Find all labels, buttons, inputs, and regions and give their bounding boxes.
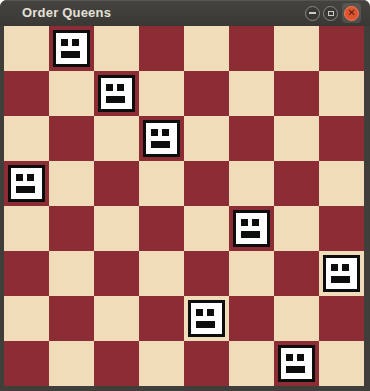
queen-face-piece-c7[interactable]: [98, 75, 135, 112]
square-a3[interactable]: [4, 251, 49, 296]
piece-left-eye: [286, 354, 293, 361]
square-g8[interactable]: [274, 26, 319, 71]
square-e6[interactable]: [184, 116, 229, 161]
square-h7[interactable]: [319, 71, 364, 116]
square-d4[interactable]: [139, 206, 184, 251]
square-e4[interactable]: [184, 206, 229, 251]
square-h1[interactable]: [319, 341, 364, 386]
square-f7[interactable]: [229, 71, 274, 116]
titlebar[interactable]: Order Queens ✕: [0, 0, 370, 26]
square-g6[interactable]: [274, 116, 319, 161]
piece-right-eye: [342, 264, 349, 271]
piece-mouth: [151, 141, 170, 148]
square-a1[interactable]: [4, 341, 49, 386]
square-a2[interactable]: [4, 296, 49, 341]
square-h3[interactable]: [319, 251, 364, 296]
square-e1[interactable]: [184, 341, 229, 386]
piece-mouth: [331, 276, 350, 283]
maximize-icon: [328, 11, 334, 16]
board: [4, 26, 364, 386]
square-d8[interactable]: [139, 26, 184, 71]
piece-left-eye: [61, 39, 68, 46]
square-g4[interactable]: [274, 206, 319, 251]
square-h2[interactable]: [319, 296, 364, 341]
square-a7[interactable]: [4, 71, 49, 116]
square-c6[interactable]: [94, 116, 139, 161]
square-f8[interactable]: [229, 26, 274, 71]
square-e5[interactable]: [184, 161, 229, 206]
piece-right-eye: [162, 129, 169, 136]
square-d1[interactable]: [139, 341, 184, 386]
square-f4[interactable]: [229, 206, 274, 251]
minimize-icon: [309, 12, 316, 14]
square-f2[interactable]: [229, 296, 274, 341]
minimize-button[interactable]: [305, 6, 320, 21]
square-f5[interactable]: [229, 161, 274, 206]
square-c5[interactable]: [94, 161, 139, 206]
queen-face-piece-f4[interactable]: [233, 210, 270, 247]
piece-mouth: [16, 186, 35, 193]
square-e2[interactable]: [184, 296, 229, 341]
piece-right-eye: [297, 354, 304, 361]
square-g3[interactable]: [274, 251, 319, 296]
square-e8[interactable]: [184, 26, 229, 71]
square-c2[interactable]: [94, 296, 139, 341]
square-b5[interactable]: [49, 161, 94, 206]
square-b3[interactable]: [49, 251, 94, 296]
piece-mouth: [61, 51, 80, 58]
queen-face-piece-a5[interactable]: [8, 165, 45, 202]
square-e7[interactable]: [184, 71, 229, 116]
piece-left-eye: [331, 264, 338, 271]
square-b8[interactable]: [49, 26, 94, 71]
square-c3[interactable]: [94, 251, 139, 296]
piece-right-eye: [252, 219, 259, 226]
square-d7[interactable]: [139, 71, 184, 116]
close-icon: ✕: [347, 8, 355, 18]
close-button[interactable]: ✕: [344, 6, 359, 21]
square-d5[interactable]: [139, 161, 184, 206]
square-d6[interactable]: [139, 116, 184, 161]
square-c8[interactable]: [94, 26, 139, 71]
square-c7[interactable]: [94, 71, 139, 116]
piece-left-eye: [16, 174, 23, 181]
piece-right-eye: [117, 84, 124, 91]
square-c1[interactable]: [94, 341, 139, 386]
app-window: Order Queens ✕: [0, 0, 370, 391]
square-a4[interactable]: [4, 206, 49, 251]
square-h6[interactable]: [319, 116, 364, 161]
square-d2[interactable]: [139, 296, 184, 341]
square-f6[interactable]: [229, 116, 274, 161]
square-b7[interactable]: [49, 71, 94, 116]
queen-face-piece-e2[interactable]: [188, 300, 225, 337]
square-g2[interactable]: [274, 296, 319, 341]
square-b6[interactable]: [49, 116, 94, 161]
square-c4[interactable]: [94, 206, 139, 251]
square-b2[interactable]: [49, 296, 94, 341]
square-b1[interactable]: [49, 341, 94, 386]
square-f3[interactable]: [229, 251, 274, 296]
square-a8[interactable]: [4, 26, 49, 71]
square-g5[interactable]: [274, 161, 319, 206]
window-title: Order Queens: [22, 0, 111, 26]
piece-right-eye: [72, 39, 79, 46]
piece-right-eye: [207, 309, 214, 316]
piece-left-eye: [151, 129, 158, 136]
square-g1[interactable]: [274, 341, 319, 386]
square-h5[interactable]: [319, 161, 364, 206]
piece-mouth: [241, 231, 260, 238]
queen-face-piece-d6[interactable]: [143, 120, 180, 157]
square-a5[interactable]: [4, 161, 49, 206]
piece-left-eye: [241, 219, 248, 226]
queen-face-piece-b8[interactable]: [53, 30, 90, 67]
maximize-button[interactable]: [323, 6, 338, 21]
piece-right-eye: [27, 174, 34, 181]
piece-mouth: [286, 366, 305, 373]
square-d3[interactable]: [139, 251, 184, 296]
square-a6[interactable]: [4, 116, 49, 161]
close-button-halo: ✕: [342, 3, 361, 23]
queen-face-piece-g1[interactable]: [278, 345, 315, 382]
square-h4[interactable]: [319, 206, 364, 251]
square-f1[interactable]: [229, 341, 274, 386]
window-controls: ✕: [305, 0, 361, 26]
piece-mouth: [196, 321, 215, 328]
piece-left-eye: [196, 309, 203, 316]
square-h8[interactable]: [319, 26, 364, 71]
queen-face-piece-h3[interactable]: [323, 255, 360, 292]
square-b4[interactable]: [49, 206, 94, 251]
piece-left-eye: [106, 84, 113, 91]
square-g7[interactable]: [274, 71, 319, 116]
piece-mouth: [106, 96, 125, 103]
square-e3[interactable]: [184, 251, 229, 296]
